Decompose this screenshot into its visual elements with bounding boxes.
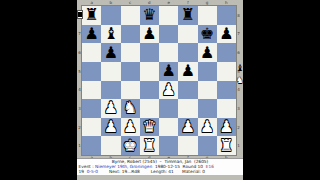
square-c5[interactable] [121,62,140,81]
square-f3[interactable] [178,99,197,118]
piece-black-rook[interactable]: ♜ [84,6,98,24]
piece-white-pawn[interactable]: ♟ [104,99,118,117]
square-g2[interactable]: ♟ [198,118,217,137]
square-d7[interactable]: ♟ [140,25,159,44]
square-c8[interactable] [121,6,140,25]
square-b7[interactable]: ♝ [101,25,120,44]
square-e5[interactable]: ♟ [159,62,178,81]
file-label-b: b [101,0,120,5]
piece-black-pawn[interactable]: ♟ [200,44,214,62]
piece-black-rook[interactable]: ♜ [181,6,195,24]
square-c4[interactable] [121,81,140,100]
square-h8[interactable] [217,6,236,25]
square-d1[interactable]: ♜ [140,136,159,155]
square-f7[interactable] [178,25,197,44]
file-label-d: d [140,0,159,5]
square-c6[interactable] [121,43,140,62]
square-a8[interactable]: ♜ [82,6,101,25]
square-f6[interactable] [178,43,197,62]
file-labels-top: abcdefgh [82,0,236,5]
square-e4[interactable]: ♟ [159,81,178,100]
square-b5[interactable] [101,62,120,81]
square-d3[interactable] [140,99,159,118]
caption-segment: Material: 0 [174,169,205,174]
square-e7[interactable] [159,25,178,44]
turn-color-swatch [78,12,82,17]
square-a6[interactable] [82,43,101,62]
square-h3[interactable] [217,99,236,118]
caption-segment: 19 [79,169,87,174]
piece-white-king[interactable]: ♚ [123,137,137,155]
piece-white-pawn[interactable]: ♟ [104,118,118,136]
square-g6[interactable]: ♟ [198,43,217,62]
piece-black-pawn[interactable]: ♟ [104,44,118,62]
captured-white-knight-icon: ♞ [236,76,244,85]
square-b2[interactable]: ♟ [101,118,120,137]
square-g1[interactable] [198,136,217,155]
square-a7[interactable]: ♟ [82,25,101,44]
caption-segment: E16 [206,164,214,169]
square-g3[interactable] [198,99,217,118]
file-label-h: h [217,0,236,5]
rank-label-6: 6 [236,43,241,62]
chess-board[interactable]: ♜♛♜♟♝♟♚♟♟♟♟♟♟♟♞♟♟♛♟♟♟♚♜♜ [82,6,236,155]
caption-segment: Length: 41 [151,169,174,174]
square-d5[interactable] [140,62,159,81]
square-f2[interactable]: ♟ [178,118,197,137]
square-b6[interactable]: ♟ [101,43,120,62]
chess-app-panel: abcdefgh 87654321 ♜♛♜♟♝♟♚♟♟♟♟♟♟♟♞♟♟♛♟♟♟♚… [77,0,243,180]
rank-label-1: 1 [236,136,241,155]
moves-status-line: 19 0-5-0 Next: 19...Rd8 Length: 41 Mater… [77,169,243,174]
square-g4[interactable] [198,81,217,100]
square-h7[interactable]: ♟ [217,25,236,44]
square-h2[interactable]: ♟ [217,118,236,137]
square-f4[interactable] [178,81,197,100]
piece-white-rook[interactable]: ♜ [142,137,156,155]
piece-black-queen[interactable]: ♛ [142,6,156,24]
piece-white-pawn[interactable]: ♟ [181,118,195,136]
square-b8[interactable] [101,6,120,25]
black-to-move-indicator [77,10,83,19]
square-a2[interactable] [82,118,101,137]
game-info-caption: Byrne, Robert (2545) – Timman, Jan (2605… [77,158,243,175]
square-e2[interactable] [159,118,178,137]
square-f8[interactable]: ♜ [178,6,197,25]
piece-black-pawn[interactable]: ♟ [219,25,233,43]
piece-black-king[interactable]: ♚ [200,25,214,43]
square-h1[interactable]: ♜ [217,136,236,155]
square-c1[interactable]: ♚ [121,136,140,155]
square-f5[interactable]: ♟ [178,62,197,81]
square-b4[interactable] [101,81,120,100]
piece-white-pawn[interactable]: ♟ [219,118,233,136]
piece-black-pawn[interactable]: ♟ [84,25,98,43]
square-d2[interactable]: ♛ [140,118,159,137]
captured-black-bishop-icon: ♝ [236,64,244,73]
square-a5[interactable] [82,62,101,81]
square-g7[interactable]: ♚ [198,25,217,44]
square-a1[interactable] [82,136,101,155]
square-a3[interactable] [82,99,101,118]
square-f1[interactable] [178,136,197,155]
square-e6[interactable] [159,43,178,62]
file-label-f: f [178,0,197,5]
piece-white-knight[interactable]: ♞ [123,99,137,117]
square-h6[interactable] [217,43,236,62]
square-h4[interactable] [217,81,236,100]
file-label-e: e [159,0,178,5]
file-label-c: c [121,0,140,5]
square-c2[interactable]: ♟ [121,118,140,137]
video-frame: { "game": "chess", "position": { "fen": … [0,0,320,180]
square-d8[interactable]: ♛ [140,6,159,25]
caption-segment: 0-5-0 [87,169,98,174]
piece-black-pawn[interactable]: ♟ [181,62,195,80]
square-c7[interactable] [121,25,140,44]
file-label-a: a [82,0,101,5]
square-d6[interactable] [140,43,159,62]
square-g8[interactable] [198,6,217,25]
piece-black-bishop[interactable]: ♝ [104,25,118,43]
square-d4[interactable] [140,81,159,100]
file-label-g: g [198,0,217,5]
piece-white-pawn[interactable]: ♟ [161,81,175,99]
square-e3[interactable] [159,99,178,118]
square-e1[interactable] [159,136,178,155]
square-e8[interactable] [159,6,178,25]
piece-white-queen[interactable]: ♛ [142,118,156,136]
square-b1[interactable] [101,136,120,155]
square-c3[interactable]: ♞ [121,99,140,118]
square-h5[interactable] [217,62,236,81]
caption-segment: Next: 19...Rd8 [98,169,151,174]
rank-label-2: 2 [236,118,241,137]
rank-label-7: 7 [236,25,241,44]
piece-black-pawn[interactable]: ♟ [161,62,175,80]
rank-label-8: 8 [236,6,241,25]
square-b3[interactable]: ♟ [101,99,120,118]
square-a4[interactable] [82,81,101,100]
piece-white-pawn[interactable]: ♟ [123,118,137,136]
rank-label-3: 3 [236,99,241,118]
piece-white-rook[interactable]: ♜ [219,137,233,155]
piece-white-pawn[interactable]: ♟ [200,118,214,136]
square-g5[interactable] [198,62,217,81]
piece-black-pawn[interactable]: ♟ [142,25,156,43]
captured-pieces-tray: ♝ ♞ [236,64,245,85]
